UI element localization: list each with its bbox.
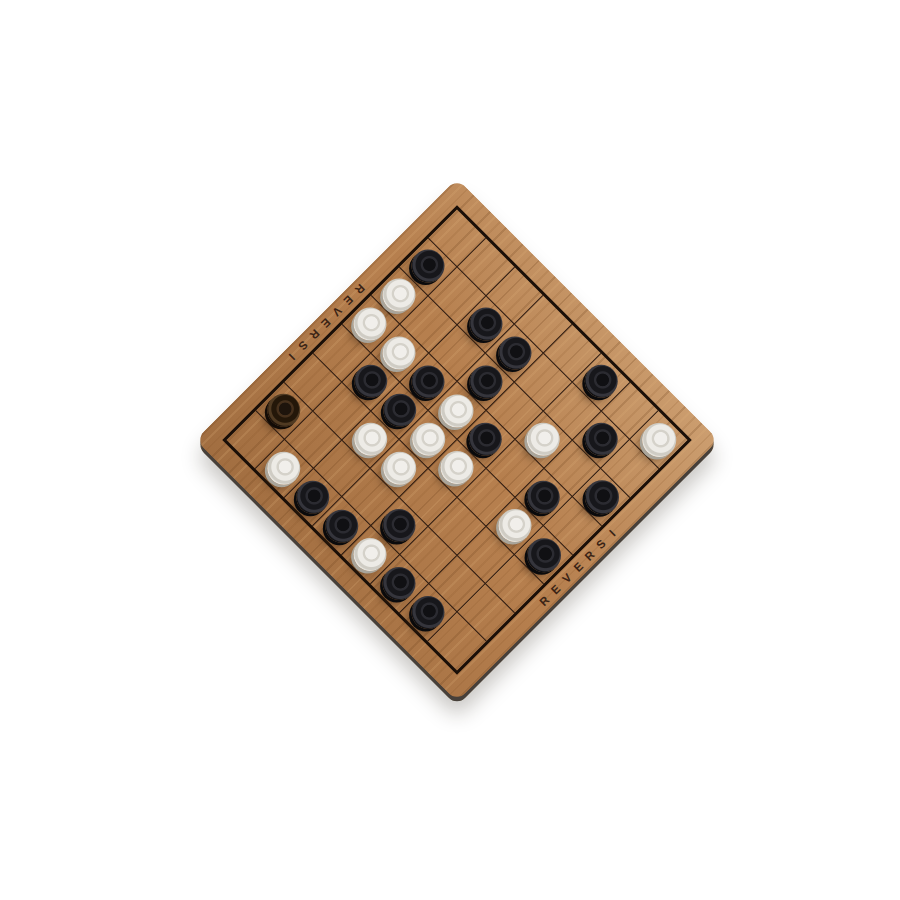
reversi-label-upper-left: REVERSI [457,178,470,191]
product-photo-stage: REVERSI REVERSI [0,0,900,900]
reversi-label-lower-right: REVERSI [705,427,718,440]
board-grid [222,205,692,675]
board-rotation-wrap: REVERSI REVERSI [195,178,718,701]
reversi-board: REVERSI REVERSI [195,178,718,701]
